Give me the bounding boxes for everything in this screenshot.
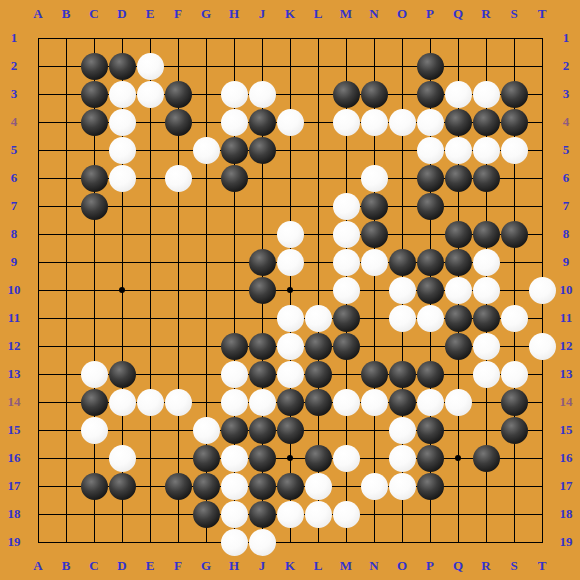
row-label-left: 8 xyxy=(0,225,28,243)
star-point xyxy=(455,455,461,461)
column-label-top: N xyxy=(360,5,388,23)
stone-white-R3[interactable] xyxy=(473,81,500,108)
stone-black-M11[interactable] xyxy=(333,305,360,332)
row-label-left: 18 xyxy=(0,505,28,523)
stone-black-L12[interactable] xyxy=(305,333,332,360)
row-label-right: 3 xyxy=(552,85,580,103)
stone-black-S15[interactable] xyxy=(501,417,528,444)
column-label-bottom: K xyxy=(276,557,304,575)
stone-white-E3[interactable] xyxy=(137,81,164,108)
stone-white-H3[interactable] xyxy=(221,81,248,108)
row-label-left: 19 xyxy=(0,533,28,551)
column-label-top: T xyxy=(528,5,556,23)
stone-black-M12[interactable] xyxy=(333,333,360,360)
stone-black-F3[interactable] xyxy=(165,81,192,108)
stone-white-J19[interactable] xyxy=(249,529,276,556)
row-label-right: 1 xyxy=(552,29,580,47)
row-label-left: 1 xyxy=(0,29,28,47)
row-label-right: 17 xyxy=(552,477,580,495)
row-label-right: 9 xyxy=(552,253,580,271)
stone-black-R6[interactable] xyxy=(473,165,500,192)
column-label-top: Q xyxy=(444,5,472,23)
stone-black-C14[interactable] xyxy=(81,389,108,416)
stone-black-D17[interactable] xyxy=(109,473,136,500)
column-label-bottom: G xyxy=(192,557,220,575)
stone-black-Q9[interactable] xyxy=(445,249,472,276)
stone-white-J14[interactable] xyxy=(249,389,276,416)
stone-black-C3[interactable] xyxy=(81,81,108,108)
stone-white-N14[interactable] xyxy=(361,389,388,416)
row-label-left: 16 xyxy=(0,449,28,467)
stone-white-M8[interactable] xyxy=(333,221,360,248)
stone-black-Q4[interactable] xyxy=(445,109,472,136)
stone-white-Q14[interactable] xyxy=(445,389,472,416)
stone-white-K12[interactable] xyxy=(277,333,304,360)
stone-black-P7[interactable] xyxy=(417,193,444,220)
row-label-right: 14 xyxy=(552,393,580,411)
row-label-left: 15 xyxy=(0,421,28,439)
stone-white-K8[interactable] xyxy=(277,221,304,248)
stone-black-G17[interactable] xyxy=(193,473,220,500)
stone-white-T12[interactable] xyxy=(529,333,556,360)
stone-black-P9[interactable] xyxy=(417,249,444,276)
column-label-top: K xyxy=(276,5,304,23)
stone-black-J13[interactable] xyxy=(249,361,276,388)
stone-white-C13[interactable] xyxy=(81,361,108,388)
row-label-left: 2 xyxy=(0,57,28,75)
stone-white-S13[interactable] xyxy=(501,361,528,388)
stone-white-P11[interactable] xyxy=(417,305,444,332)
column-label-bottom: T xyxy=(528,557,556,575)
stone-white-L17[interactable] xyxy=(305,473,332,500)
stone-white-D16[interactable] xyxy=(109,445,136,472)
row-label-right: 7 xyxy=(552,197,580,215)
column-label-top: C xyxy=(80,5,108,23)
row-label-right: 16 xyxy=(552,449,580,467)
row-label-left: 11 xyxy=(0,309,28,327)
stone-white-H17[interactable] xyxy=(221,473,248,500)
stone-white-H4[interactable] xyxy=(221,109,248,136)
stone-black-R8[interactable] xyxy=(473,221,500,248)
stone-white-P14[interactable] xyxy=(417,389,444,416)
stone-white-O11[interactable] xyxy=(389,305,416,332)
stone-white-Q3[interactable] xyxy=(445,81,472,108)
stone-black-S14[interactable] xyxy=(501,389,528,416)
stone-black-R4[interactable] xyxy=(473,109,500,136)
stone-black-H6[interactable] xyxy=(221,165,248,192)
stone-black-K17[interactable] xyxy=(277,473,304,500)
row-label-left: 10 xyxy=(0,281,28,299)
stone-black-J10[interactable] xyxy=(249,277,276,304)
stone-white-L11[interactable] xyxy=(305,305,332,332)
stone-white-K9[interactable] xyxy=(277,249,304,276)
stone-white-O17[interactable] xyxy=(389,473,416,500)
star-point xyxy=(287,287,293,293)
row-label-left: 14 xyxy=(0,393,28,411)
stone-black-P3[interactable] xyxy=(417,81,444,108)
stone-black-G18[interactable] xyxy=(193,501,220,528)
stone-white-O10[interactable] xyxy=(389,277,416,304)
stone-white-N17[interactable] xyxy=(361,473,388,500)
row-label-left: 13 xyxy=(0,365,28,383)
column-label-bottom: N xyxy=(360,557,388,575)
stone-white-M18[interactable] xyxy=(333,501,360,528)
column-label-bottom: L xyxy=(304,557,332,575)
stone-white-N6[interactable] xyxy=(361,165,388,192)
stone-black-F4[interactable] xyxy=(165,109,192,136)
stone-white-S11[interactable] xyxy=(501,305,528,332)
row-label-right: 4 xyxy=(552,113,580,131)
stone-white-R12[interactable] xyxy=(473,333,500,360)
stone-black-J17[interactable] xyxy=(249,473,276,500)
stone-black-Q6[interactable] xyxy=(445,165,472,192)
stone-white-P5[interactable] xyxy=(417,137,444,164)
column-label-bottom: P xyxy=(416,557,444,575)
column-label-top: S xyxy=(500,5,528,23)
stone-white-M4[interactable] xyxy=(333,109,360,136)
stone-black-P17[interactable] xyxy=(417,473,444,500)
row-label-left: 9 xyxy=(0,253,28,271)
stone-white-C15[interactable] xyxy=(81,417,108,444)
row-label-left: 12 xyxy=(0,337,28,355)
column-label-bottom: S xyxy=(500,557,528,575)
stone-white-P4[interactable] xyxy=(417,109,444,136)
stone-white-F14[interactable] xyxy=(165,389,192,416)
stone-black-N3[interactable] xyxy=(361,81,388,108)
star-point xyxy=(119,287,125,293)
column-label-top: J xyxy=(248,5,276,23)
stone-white-M14[interactable] xyxy=(333,389,360,416)
stone-black-J12[interactable] xyxy=(249,333,276,360)
row-label-right: 12 xyxy=(552,337,580,355)
stone-black-O9[interactable] xyxy=(389,249,416,276)
row-label-right: 2 xyxy=(552,57,580,75)
stone-white-M9[interactable] xyxy=(333,249,360,276)
stone-white-D3[interactable] xyxy=(109,81,136,108)
stone-black-Q11[interactable] xyxy=(445,305,472,332)
stone-white-K11[interactable] xyxy=(277,305,304,332)
stone-black-L13[interactable] xyxy=(305,361,332,388)
stone-white-H13[interactable] xyxy=(221,361,248,388)
stone-black-O13[interactable] xyxy=(389,361,416,388)
column-label-bottom: J xyxy=(248,557,276,575)
column-label-bottom: O xyxy=(388,557,416,575)
row-label-right: 18 xyxy=(552,505,580,523)
stone-white-N4[interactable] xyxy=(361,109,388,136)
stone-white-H16[interactable] xyxy=(221,445,248,472)
row-label-right: 8 xyxy=(552,225,580,243)
stone-black-J4[interactable] xyxy=(249,109,276,136)
column-label-bottom: A xyxy=(24,557,52,575)
stone-black-S4[interactable] xyxy=(501,109,528,136)
stone-black-K14[interactable] xyxy=(277,389,304,416)
stone-black-H12[interactable] xyxy=(221,333,248,360)
stone-black-O14[interactable] xyxy=(389,389,416,416)
stone-black-D13[interactable] xyxy=(109,361,136,388)
stone-white-E2[interactable] xyxy=(137,53,164,80)
stone-white-R5[interactable] xyxy=(473,137,500,164)
column-label-top: M xyxy=(332,5,360,23)
stone-white-F6[interactable] xyxy=(165,165,192,192)
stone-white-H18[interactable] xyxy=(221,501,248,528)
stone-black-K15[interactable] xyxy=(277,417,304,444)
column-label-bottom: B xyxy=(52,557,80,575)
stone-black-L14[interactable] xyxy=(305,389,332,416)
stone-white-M7[interactable] xyxy=(333,193,360,220)
stone-black-C7[interactable] xyxy=(81,193,108,220)
row-label-right: 5 xyxy=(552,141,580,159)
stone-black-S8[interactable] xyxy=(501,221,528,248)
stone-black-G16[interactable] xyxy=(193,445,220,472)
column-label-top: R xyxy=(472,5,500,23)
stone-black-J5[interactable] xyxy=(249,137,276,164)
stone-black-C6[interactable] xyxy=(81,165,108,192)
stone-white-E14[interactable] xyxy=(137,389,164,416)
stone-black-J18[interactable] xyxy=(249,501,276,528)
row-label-left: 6 xyxy=(0,169,28,187)
stone-black-P16[interactable] xyxy=(417,445,444,472)
column-label-bottom: R xyxy=(472,557,500,575)
stone-black-C2[interactable] xyxy=(81,53,108,80)
row-label-right: 13 xyxy=(552,365,580,383)
column-label-top: D xyxy=(108,5,136,23)
stone-white-D5[interactable] xyxy=(109,137,136,164)
stone-white-K13[interactable] xyxy=(277,361,304,388)
column-label-bottom: C xyxy=(80,557,108,575)
column-label-top: H xyxy=(220,5,248,23)
stone-white-S5[interactable] xyxy=(501,137,528,164)
stone-black-M3[interactable] xyxy=(333,81,360,108)
stone-black-D2[interactable] xyxy=(109,53,136,80)
stone-white-H19[interactable] xyxy=(221,529,248,556)
stone-white-L18[interactable] xyxy=(305,501,332,528)
column-label-bottom: M xyxy=(332,557,360,575)
stone-black-R11[interactable] xyxy=(473,305,500,332)
stone-white-D6[interactable] xyxy=(109,165,136,192)
row-label-left: 17 xyxy=(0,477,28,495)
column-label-bottom: F xyxy=(164,557,192,575)
column-label-bottom: H xyxy=(220,557,248,575)
column-label-bottom: Q xyxy=(444,557,472,575)
stone-white-T10[interactable] xyxy=(529,277,556,304)
stone-white-M10[interactable] xyxy=(333,277,360,304)
row-label-right: 10 xyxy=(552,281,580,299)
stone-black-N13[interactable] xyxy=(361,361,388,388)
column-label-top: B xyxy=(52,5,80,23)
row-label-left: 3 xyxy=(0,85,28,103)
stone-white-K4[interactable] xyxy=(277,109,304,136)
stone-white-O16[interactable] xyxy=(389,445,416,472)
stone-white-D14[interactable] xyxy=(109,389,136,416)
stone-black-P6[interactable] xyxy=(417,165,444,192)
stone-black-L16[interactable] xyxy=(305,445,332,472)
stone-black-S3[interactable] xyxy=(501,81,528,108)
stone-black-J9[interactable] xyxy=(249,249,276,276)
stone-black-J15[interactable] xyxy=(249,417,276,444)
stone-white-O4[interactable] xyxy=(389,109,416,136)
stone-white-M16[interactable] xyxy=(333,445,360,472)
stone-black-C4[interactable] xyxy=(81,109,108,136)
stone-black-C17[interactable] xyxy=(81,473,108,500)
row-label-left: 5 xyxy=(0,141,28,159)
stone-white-K18[interactable] xyxy=(277,501,304,528)
column-label-top: P xyxy=(416,5,444,23)
stone-white-N9[interactable] xyxy=(361,249,388,276)
stone-black-Q8[interactable] xyxy=(445,221,472,248)
stone-white-D4[interactable] xyxy=(109,109,136,136)
stone-black-P13[interactable] xyxy=(417,361,444,388)
stone-white-H14[interactable] xyxy=(221,389,248,416)
stone-black-P2[interactable] xyxy=(417,53,444,80)
stone-white-G15[interactable] xyxy=(193,417,220,444)
stone-white-Q10[interactable] xyxy=(445,277,472,304)
stone-white-G5[interactable] xyxy=(193,137,220,164)
stone-black-H5[interactable] xyxy=(221,137,248,164)
column-label-top: F xyxy=(164,5,192,23)
column-label-bottom: D xyxy=(108,557,136,575)
stone-black-F17[interactable] xyxy=(165,473,192,500)
stone-black-J16[interactable] xyxy=(249,445,276,472)
column-label-top: E xyxy=(136,5,164,23)
go-board[interactable]: AABBCCDDEEFFGGHHJJKKLLMMNNOOPPQQRRSSTT11… xyxy=(0,0,580,580)
stone-black-N8[interactable] xyxy=(361,221,388,248)
column-label-top: O xyxy=(388,5,416,23)
stone-black-P15[interactable] xyxy=(417,417,444,444)
row-label-left: 7 xyxy=(0,197,28,215)
stone-black-R16[interactable] xyxy=(473,445,500,472)
row-label-right: 11 xyxy=(552,309,580,327)
stone-white-R13[interactable] xyxy=(473,361,500,388)
stone-white-Q5[interactable] xyxy=(445,137,472,164)
stone-white-O15[interactable] xyxy=(389,417,416,444)
stone-black-H15[interactable] xyxy=(221,417,248,444)
stone-white-R9[interactable] xyxy=(473,249,500,276)
column-label-top: L xyxy=(304,5,332,23)
stone-black-Q12[interactable] xyxy=(445,333,472,360)
column-label-top: A xyxy=(24,5,52,23)
row-label-right: 15 xyxy=(552,421,580,439)
stone-white-J3[interactable] xyxy=(249,81,276,108)
column-label-top: G xyxy=(192,5,220,23)
stone-white-R10[interactable] xyxy=(473,277,500,304)
row-label-right: 19 xyxy=(552,533,580,551)
stone-black-N7[interactable] xyxy=(361,193,388,220)
row-label-right: 6 xyxy=(552,169,580,187)
column-label-bottom: E xyxy=(136,557,164,575)
star-point xyxy=(287,455,293,461)
stone-black-P10[interactable] xyxy=(417,277,444,304)
row-label-left: 4 xyxy=(0,113,28,131)
